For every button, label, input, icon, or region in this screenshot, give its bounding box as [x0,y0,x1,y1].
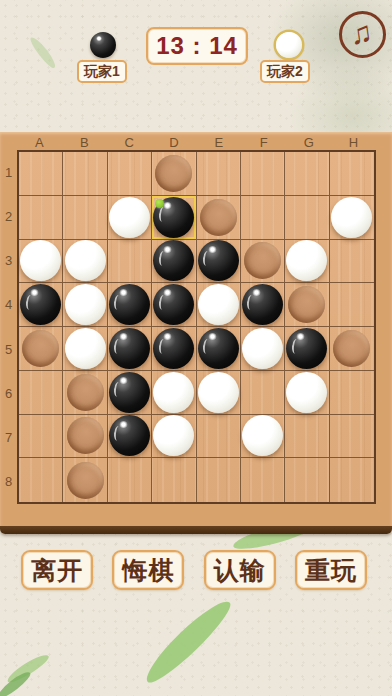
black-disc [20,284,61,325]
cell-G2[interactable] [285,196,329,240]
cell-E7[interactable] [197,415,241,459]
row-label-4: 4 [0,283,17,327]
black-disc [198,328,239,369]
cell-A3[interactable] [19,240,63,284]
cell-C6[interactable] [108,371,152,415]
legal-move-hint [22,330,59,367]
white-disc [65,240,106,281]
white-disc [65,284,106,325]
cell-G6[interactable] [285,371,329,415]
cell-C3[interactable] [108,240,152,284]
action-button-bar: 离开悔棋认输重玩 [21,550,367,590]
game-board: ABCDEFGH 12345678 [0,132,392,526]
cell-E5[interactable] [197,327,241,371]
cell-F2[interactable] [241,196,285,240]
white-disc [242,415,283,456]
white-disc [20,240,61,281]
cell-E8[interactable] [197,458,241,502]
white-disc [198,284,239,325]
legal-move-hint [155,155,192,192]
row-label-6: 6 [0,371,17,415]
col-label-B: B [62,135,107,149]
cell-G8[interactable] [285,458,329,502]
black-disc [242,284,283,325]
black-disc [153,240,194,281]
cell-E4[interactable] [197,283,241,327]
cell-G5[interactable] [285,327,329,371]
resign-button[interactable]: 认输 [204,550,276,590]
cell-D3[interactable] [152,240,196,284]
row-label-1: 1 [0,150,17,194]
cell-B3[interactable] [63,240,107,284]
cell-B8[interactable] [63,458,107,502]
bamboo-leaf-decoration [139,594,237,690]
last-move-marker [155,199,164,208]
cell-H7[interactable] [330,415,374,459]
white-disc [153,415,194,456]
cell-C5[interactable] [108,327,152,371]
legal-move-hint [200,199,237,236]
white-disc [331,197,372,238]
cell-E6[interactable] [197,371,241,415]
black-disc [286,328,327,369]
cell-B6[interactable] [63,371,107,415]
bamboo-leaf-decoration [0,669,33,696]
undo-button[interactable]: 悔棋 [112,550,184,590]
legal-move-hint [244,242,281,279]
cell-F5[interactable] [241,327,285,371]
board-edge-shadow [0,526,392,534]
cell-D7[interactable] [152,415,196,459]
cell-A7[interactable] [19,415,63,459]
cell-F4[interactable] [241,283,285,327]
col-label-D: D [152,135,197,149]
cell-F7[interactable] [241,415,285,459]
cell-B5[interactable] [63,327,107,371]
cell-G7[interactable] [285,415,329,459]
player1-label: 玩家1 [77,60,127,83]
app-root: 玩家1 13 : 14 玩家2 ♫ ABCDEFGH 12345678 离开悔棋… [0,0,392,696]
black-disc [109,372,150,413]
cell-A5[interactable] [19,327,63,371]
black-disc [109,284,150,325]
cell-C4[interactable] [108,283,152,327]
bamboo-leaf-decoration [28,35,58,70]
black-disc [198,240,239,281]
row-label-5: 5 [0,327,17,371]
cell-A4[interactable] [19,283,63,327]
music-toggle-button[interactable]: ♫ [339,11,386,58]
row-label-7: 7 [0,416,17,460]
row-label-2: 2 [0,194,17,238]
cell-H5[interactable] [330,327,374,371]
cell-D6[interactable] [152,371,196,415]
legal-move-hint [67,462,104,499]
cell-D2[interactable] [152,196,196,240]
column-labels: ABCDEFGH [17,135,376,149]
cell-A6[interactable] [19,371,63,415]
player1-stone-icon [90,32,116,58]
legal-move-hint [67,417,104,454]
black-disc [153,284,194,325]
cell-B4[interactable] [63,283,107,327]
cell-C1[interactable] [108,152,152,196]
cell-H4[interactable] [330,283,374,327]
cell-H8[interactable] [330,458,374,502]
cell-G3[interactable] [285,240,329,284]
player2-label: 玩家2 [260,60,310,83]
col-label-G: G [286,135,331,149]
legal-move-hint [333,330,370,367]
cell-E2[interactable] [197,196,241,240]
black-disc [153,328,194,369]
col-label-H: H [331,135,376,149]
cell-D4[interactable] [152,283,196,327]
white-disc [65,328,106,369]
player2-stone-icon-active-turn [276,32,302,58]
cell-A1[interactable] [19,152,63,196]
cell-G4[interactable] [285,283,329,327]
game-timer: 13 : 14 [146,27,248,65]
white-disc [286,372,327,413]
col-label-C: C [107,135,152,149]
cell-D5[interactable] [152,327,196,371]
cell-F6[interactable] [241,371,285,415]
black-disc [109,415,150,456]
white-disc [242,328,283,369]
cell-B7[interactable] [63,415,107,459]
cell-B1[interactable] [63,152,107,196]
cell-F1[interactable] [241,152,285,196]
cell-H6[interactable] [330,371,374,415]
row-label-8: 8 [0,460,17,504]
music-notes-icon: ♫ [348,16,374,49]
cell-H3[interactable] [330,240,374,284]
col-label-F: F [241,135,286,149]
cell-C7[interactable] [108,415,152,459]
cell-F3[interactable] [241,240,285,284]
legal-move-hint [288,286,325,323]
board-grid [17,150,376,504]
cell-D8[interactable] [152,458,196,502]
cell-H2[interactable] [330,196,374,240]
cell-G1[interactable] [285,152,329,196]
cell-A8[interactable] [19,458,63,502]
col-label-A: A [17,135,62,149]
cell-C2[interactable] [108,196,152,240]
black-disc [109,328,150,369]
cell-F8[interactable] [241,458,285,502]
white-disc [198,372,239,413]
cell-B2[interactable] [63,196,107,240]
cell-E1[interactable] [197,152,241,196]
leave-button[interactable]: 离开 [21,550,93,590]
cell-C8[interactable] [108,458,152,502]
cell-H1[interactable] [330,152,374,196]
white-disc [286,240,327,281]
row-label-3: 3 [0,239,17,283]
cell-A2[interactable] [19,196,63,240]
col-label-E: E [197,135,242,149]
bamboo-leaf-decoration [5,651,52,686]
row-labels: 12345678 [0,150,17,504]
replay-button[interactable]: 重玩 [295,550,367,590]
white-disc [153,372,194,413]
white-disc [109,197,150,238]
cell-E3[interactable] [197,240,241,284]
legal-move-hint [67,374,104,411]
cell-D1[interactable] [152,152,196,196]
